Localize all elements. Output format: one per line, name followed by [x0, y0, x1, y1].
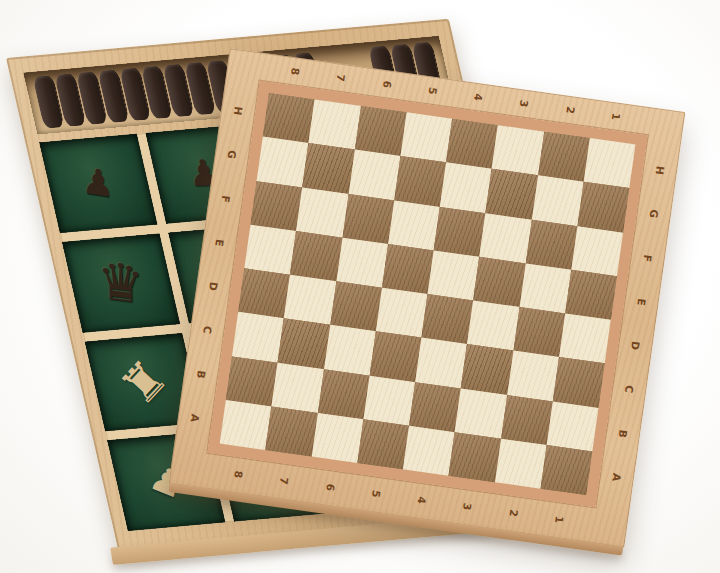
- board-square: [290, 231, 342, 281]
- board-square: [257, 137, 309, 187]
- board-square: [263, 93, 315, 143]
- board-square: [467, 300, 519, 350]
- board-square: [507, 351, 559, 401]
- board-square: [565, 270, 617, 320]
- board-square: [278, 319, 330, 369]
- board-square: [348, 150, 400, 200]
- board-square: [251, 181, 303, 231]
- board-square: [440, 163, 492, 213]
- board-square: [400, 112, 452, 162]
- board-square: [232, 312, 284, 362]
- board-square: [546, 401, 598, 451]
- board-square: [531, 175, 583, 225]
- board-square: [342, 194, 394, 244]
- board-square: [446, 119, 498, 169]
- board-square: [571, 226, 623, 276]
- board-square: [513, 307, 565, 357]
- felt-compartment: ♛: [62, 233, 180, 332]
- board-square: [363, 375, 415, 425]
- board-square: [324, 325, 376, 375]
- board-square: [317, 369, 369, 419]
- board-square: [394, 156, 446, 206]
- board-square: [388, 200, 440, 250]
- board-square: [369, 331, 421, 381]
- board-square: [376, 288, 428, 338]
- board-square: [553, 357, 605, 407]
- board-square: [244, 224, 296, 274]
- board-square: [525, 219, 577, 269]
- board-inner-band: [207, 81, 648, 508]
- board-square: [455, 388, 507, 438]
- board-square: [495, 438, 547, 488]
- board-square: [480, 213, 532, 263]
- board-square: [421, 294, 473, 344]
- board-square: [461, 344, 513, 394]
- board-square: [302, 143, 354, 193]
- board-square: [266, 406, 318, 456]
- board-square: [434, 206, 486, 256]
- chess-board: 87654321 87654321 HGFEDCBA HGFEDCBA: [169, 48, 686, 548]
- board-square: [357, 419, 409, 469]
- board-square: [428, 250, 480, 300]
- product-photo-scene: ♟♟♟♟♛♞♜♜♝♟♟♟ 87654321 87654321 HGFEDCBA …: [0, 0, 720, 573]
- board-grid: [220, 93, 636, 495]
- board-square: [501, 395, 553, 445]
- board-square: [284, 275, 336, 325]
- board-square: [309, 99, 361, 149]
- dark-pawn: ♟: [82, 163, 115, 204]
- board-square: [519, 263, 571, 313]
- felt-compartment: ♟: [39, 134, 157, 233]
- light-rook: ♜: [112, 351, 174, 413]
- board-square: [311, 413, 363, 463]
- board-square: [330, 281, 382, 331]
- board-square: [226, 356, 278, 406]
- board-square: [382, 244, 434, 294]
- board-square: [272, 362, 324, 412]
- board-square: [449, 432, 501, 482]
- board-square: [409, 382, 461, 432]
- board-square: [238, 268, 290, 318]
- board-square: [415, 338, 467, 388]
- board-square: [354, 106, 406, 156]
- board-square: [486, 169, 538, 219]
- board-square: [583, 138, 635, 188]
- board-square: [220, 400, 272, 450]
- board-square: [538, 132, 590, 182]
- dark-queen: ♛: [97, 254, 145, 311]
- board-square: [473, 257, 525, 307]
- board-square: [336, 237, 388, 287]
- board-square: [492, 125, 544, 175]
- board-square: [296, 187, 348, 237]
- board-square: [540, 445, 592, 495]
- board-square: [403, 425, 455, 475]
- board-square: [559, 313, 611, 363]
- board-square: [577, 182, 629, 232]
